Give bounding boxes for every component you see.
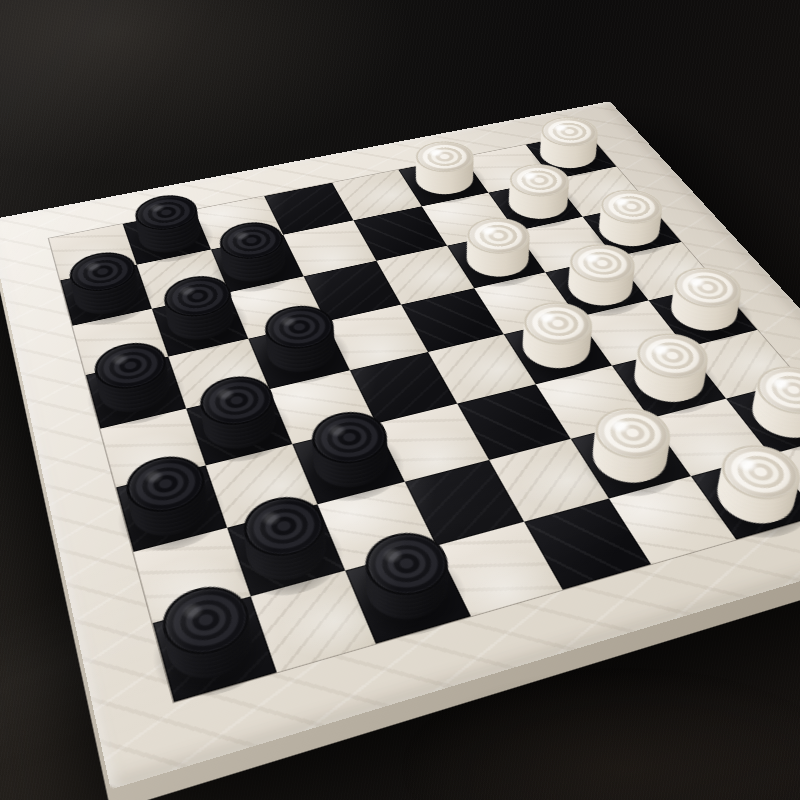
black-checker-r6c1[interactable] [125,475,216,546]
white-checker-r7c6[interactable] [581,426,679,492]
white-checker-r8c7[interactable] [704,464,800,534]
white-checker-r6c7[interactable] [623,353,716,411]
black-checker-r4c1[interactable] [95,362,177,421]
black-checker-r5c2[interactable] [197,395,284,457]
checkers-board [0,101,800,789]
black-checker-r8c1[interactable] [160,604,261,690]
background-cloth [0,0,800,800]
white-checker-r7c8[interactable] [739,385,800,446]
black-checker-r6c3[interactable] [305,431,397,497]
black-checker-r8c3[interactable] [356,551,459,631]
white-checker-r5c6[interactable] [512,321,600,376]
black-checker-r4c3[interactable] [260,325,343,380]
board-perspective-wrapper [116,40,740,664]
black-checker-r7c2[interactable] [239,515,336,591]
